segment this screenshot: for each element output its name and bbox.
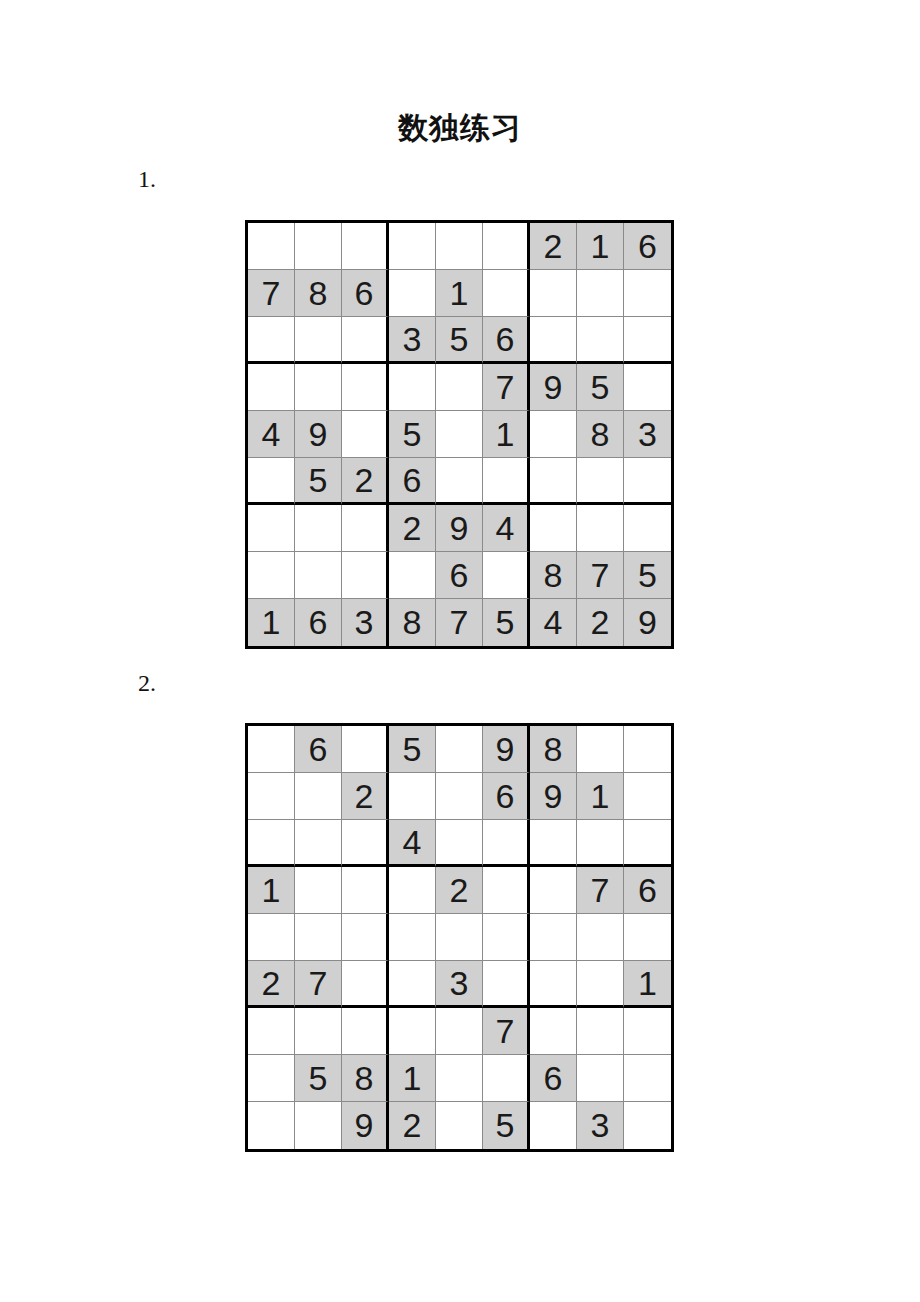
sudoku-cell-r2c2: 8 [295, 270, 342, 317]
sudoku-cell-r8c1 [248, 552, 295, 599]
sudoku-cell-r5c7 [530, 914, 577, 961]
sudoku-cell-r1c6: 9 [483, 726, 530, 773]
sudoku-cell-r3c9 [624, 317, 671, 364]
sudoku-cell-r1c4: 5 [389, 726, 436, 773]
sudoku-cell-r8c7: 6 [530, 1055, 577, 1102]
sudoku-cell-r8c5: 6 [436, 552, 483, 599]
sudoku-cell-r8c4 [389, 552, 436, 599]
sudoku-cell-r4c5: 2 [436, 867, 483, 914]
sudoku-cell-r4c1: 1 [248, 867, 295, 914]
sudoku-cell-r6c9 [624, 458, 671, 505]
sudoku-cell-r5c7 [530, 411, 577, 458]
sudoku-cell-r4c8: 7 [577, 867, 624, 914]
sudoku-cell-r6c1 [248, 458, 295, 505]
sudoku-cell-r5c6: 1 [483, 411, 530, 458]
sudoku-cell-r4c9 [624, 364, 671, 411]
sudoku-cell-r9c3: 3 [342, 599, 389, 646]
sudoku-cell-r9c8: 2 [577, 599, 624, 646]
sudoku-cell-r5c6 [483, 914, 530, 961]
sudoku-cell-r7c6: 4 [483, 505, 530, 552]
sudoku-cell-r7c9 [624, 1008, 671, 1055]
sudoku-cell-r4c9: 6 [624, 867, 671, 914]
sudoku-cell-r4c5 [436, 364, 483, 411]
sudoku-cell-r4c3 [342, 867, 389, 914]
sudoku-cell-r8c6 [483, 1055, 530, 1102]
sudoku-cell-r9c8: 3 [577, 1102, 624, 1149]
sudoku-cell-r3c1 [248, 317, 295, 364]
sudoku-cell-r6c9: 1 [624, 961, 671, 1008]
sudoku-cell-r6c5: 3 [436, 961, 483, 1008]
sudoku-cell-r9c3: 9 [342, 1102, 389, 1149]
sudoku-cell-r8c7: 8 [530, 552, 577, 599]
sudoku-cell-r3c9 [624, 820, 671, 867]
sudoku-cell-r3c6: 6 [483, 317, 530, 364]
sudoku-cell-r1c9 [624, 726, 671, 773]
sudoku-cell-r7c8 [577, 505, 624, 552]
sudoku-cell-r4c6: 7 [483, 364, 530, 411]
sudoku-cell-r9c2 [295, 1102, 342, 1149]
puzzle-2-label: 2. [138, 670, 156, 697]
sudoku-cell-r2c8: 1 [577, 773, 624, 820]
sudoku-cell-r9c5: 7 [436, 599, 483, 646]
sudoku-cell-r1c4 [389, 223, 436, 270]
sudoku-cell-r3c2 [295, 317, 342, 364]
sudoku-cell-r7c4 [389, 1008, 436, 1055]
sudoku-cell-r9c7: 4 [530, 599, 577, 646]
sudoku-cell-r2c8 [577, 270, 624, 317]
sudoku-cell-r1c1 [248, 726, 295, 773]
sudoku-cell-r3c5: 5 [436, 317, 483, 364]
sudoku-cell-r6c2: 5 [295, 458, 342, 505]
sudoku-cell-r2c9 [624, 773, 671, 820]
sudoku-cell-r9c2: 6 [295, 599, 342, 646]
sudoku-cell-r5c3 [342, 411, 389, 458]
sudoku-cell-r1c8 [577, 726, 624, 773]
sudoku-cell-r1c7: 8 [530, 726, 577, 773]
puzzle-1-label: 1. [138, 166, 156, 193]
sudoku-cell-r8c2: 5 [295, 1055, 342, 1102]
sudoku-cell-r7c3 [342, 505, 389, 552]
sudoku-cell-r7c8 [577, 1008, 624, 1055]
sudoku-cell-r9c1: 1 [248, 599, 295, 646]
sudoku-cell-r5c2 [295, 914, 342, 961]
sudoku-cell-r7c5: 9 [436, 505, 483, 552]
sudoku-cell-r2c3: 6 [342, 270, 389, 317]
sudoku-cell-r6c4: 6 [389, 458, 436, 505]
sudoku-cell-r5c9 [624, 914, 671, 961]
sudoku-cell-r6c4 [389, 961, 436, 1008]
sudoku-cell-r7c1 [248, 505, 295, 552]
sudoku-cell-r3c4: 4 [389, 820, 436, 867]
sudoku-cell-r8c4: 1 [389, 1055, 436, 1102]
sudoku-cell-r2c5 [436, 773, 483, 820]
worksheet-page: 数独练习 1. 21678613567954951835262946875163… [0, 0, 920, 1302]
sudoku-cell-r6c7 [530, 961, 577, 1008]
sudoku-cell-r6c7 [530, 458, 577, 505]
sudoku-cell-r1c5 [436, 223, 483, 270]
sudoku-cell-r6c6 [483, 458, 530, 505]
sudoku-cell-r7c4: 2 [389, 505, 436, 552]
sudoku-cell-r8c9 [624, 1055, 671, 1102]
sudoku-cell-r4c2 [295, 867, 342, 914]
sudoku-cell-r3c3 [342, 317, 389, 364]
sudoku-cell-r7c1 [248, 1008, 295, 1055]
sudoku-cell-r2c7 [530, 270, 577, 317]
sudoku-cell-r8c5 [436, 1055, 483, 1102]
sudoku-cell-r3c7 [530, 317, 577, 364]
sudoku-cell-r4c7 [530, 867, 577, 914]
sudoku-cell-r2c6 [483, 270, 530, 317]
sudoku-cell-r2c2 [295, 773, 342, 820]
sudoku-cell-r5c1 [248, 914, 295, 961]
sudoku-cell-r5c4 [389, 914, 436, 961]
sudoku-cell-r2c1: 7 [248, 270, 295, 317]
sudoku-cell-r1c2: 6 [295, 726, 342, 773]
sudoku-grid-2: 65982691412762731758169253 [245, 723, 674, 1152]
sudoku-cell-r8c6 [483, 552, 530, 599]
sudoku-cell-r5c1: 4 [248, 411, 295, 458]
sudoku-cell-r1c7: 2 [530, 223, 577, 270]
sudoku-cell-r6c8 [577, 961, 624, 1008]
sudoku-cell-r5c2: 9 [295, 411, 342, 458]
sudoku-cell-r9c6: 5 [483, 599, 530, 646]
sudoku-cell-r1c5 [436, 726, 483, 773]
sudoku-cell-r4c8: 5 [577, 364, 624, 411]
sudoku-cell-r1c9: 6 [624, 223, 671, 270]
sudoku-cell-r1c6 [483, 223, 530, 270]
sudoku-cell-r4c4 [389, 364, 436, 411]
sudoku-cell-r3c6 [483, 820, 530, 867]
sudoku-cell-r2c3: 2 [342, 773, 389, 820]
sudoku-cell-r4c4 [389, 867, 436, 914]
sudoku-cell-r6c2: 7 [295, 961, 342, 1008]
sudoku-cell-r4c7: 9 [530, 364, 577, 411]
sudoku-cell-r1c1 [248, 223, 295, 270]
page-title: 数独练习 [0, 108, 920, 149]
sudoku-cell-r8c3: 8 [342, 1055, 389, 1102]
sudoku-cell-r3c8 [577, 317, 624, 364]
sudoku-cell-r1c3 [342, 223, 389, 270]
sudoku-cell-r9c4: 8 [389, 599, 436, 646]
sudoku-cell-r2c7: 9 [530, 773, 577, 820]
sudoku-cell-r3c3 [342, 820, 389, 867]
sudoku-cell-r1c3 [342, 726, 389, 773]
sudoku-cell-r6c5 [436, 458, 483, 505]
sudoku-cell-r5c9: 3 [624, 411, 671, 458]
sudoku-cell-r5c8 [577, 914, 624, 961]
sudoku-cell-r8c8: 7 [577, 552, 624, 599]
sudoku-cell-r4c1 [248, 364, 295, 411]
sudoku-cell-r8c8 [577, 1055, 624, 1102]
sudoku-cell-r8c2 [295, 552, 342, 599]
sudoku-cell-r3c2 [295, 820, 342, 867]
sudoku-cell-r1c8: 1 [577, 223, 624, 270]
sudoku-cell-r9c4: 2 [389, 1102, 436, 1149]
sudoku-cell-r2c4 [389, 270, 436, 317]
sudoku-cell-r7c7 [530, 505, 577, 552]
sudoku-cell-r6c1: 2 [248, 961, 295, 1008]
sudoku-cell-r6c3: 2 [342, 458, 389, 505]
sudoku-cell-r9c1 [248, 1102, 295, 1149]
sudoku-cell-r2c4 [389, 773, 436, 820]
sudoku-cell-r5c5 [436, 411, 483, 458]
sudoku-cell-r7c2 [295, 505, 342, 552]
sudoku-cell-r3c8 [577, 820, 624, 867]
sudoku-cell-r6c3 [342, 961, 389, 1008]
sudoku-cell-r6c8 [577, 458, 624, 505]
sudoku-cell-r4c2 [295, 364, 342, 411]
sudoku-cell-r7c2 [295, 1008, 342, 1055]
sudoku-cell-r9c9 [624, 1102, 671, 1149]
sudoku-cell-r8c9: 5 [624, 552, 671, 599]
sudoku-cell-r2c5: 1 [436, 270, 483, 317]
sudoku-cell-r5c5 [436, 914, 483, 961]
sudoku-grid-1: 21678613567954951835262946875163875429 [245, 220, 674, 649]
sudoku-cell-r8c1 [248, 1055, 295, 1102]
sudoku-cell-r5c3 [342, 914, 389, 961]
sudoku-cell-r1c2 [295, 223, 342, 270]
sudoku-cell-r2c6: 6 [483, 773, 530, 820]
sudoku-cell-r9c9: 9 [624, 599, 671, 646]
sudoku-cell-r2c1 [248, 773, 295, 820]
sudoku-cell-r7c3 [342, 1008, 389, 1055]
sudoku-cell-r7c7 [530, 1008, 577, 1055]
sudoku-cell-r9c7 [530, 1102, 577, 1149]
sudoku-cell-r2c9 [624, 270, 671, 317]
sudoku-cell-r8c3 [342, 552, 389, 599]
sudoku-cell-r3c7 [530, 820, 577, 867]
sudoku-cell-r3c1 [248, 820, 295, 867]
sudoku-cell-r9c6: 5 [483, 1102, 530, 1149]
sudoku-cell-r7c6: 7 [483, 1008, 530, 1055]
sudoku-cell-r7c9 [624, 505, 671, 552]
sudoku-cell-r3c4: 3 [389, 317, 436, 364]
sudoku-cell-r5c8: 8 [577, 411, 624, 458]
sudoku-cell-r6c6 [483, 961, 530, 1008]
sudoku-cell-r9c5 [436, 1102, 483, 1149]
sudoku-cell-r3c5 [436, 820, 483, 867]
sudoku-cell-r4c3 [342, 364, 389, 411]
sudoku-cell-r4c6 [483, 867, 530, 914]
sudoku-cell-r7c5 [436, 1008, 483, 1055]
sudoku-cell-r5c4: 5 [389, 411, 436, 458]
